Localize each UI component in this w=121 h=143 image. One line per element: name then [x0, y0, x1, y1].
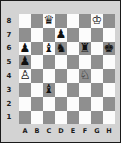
- square-g4[interactable]: [91, 69, 103, 83]
- square-f2[interactable]: [79, 97, 91, 111]
- square-e1[interactable]: [67, 111, 79, 125]
- rank-labels: 87654321: [3, 14, 15, 124]
- piece-white-knight[interactable]: ♘: [80, 69, 91, 83]
- file-label-c: C: [43, 125, 55, 137]
- square-g8[interactable]: ♔: [91, 14, 103, 28]
- piece-black-rook[interactable]: ♜: [80, 42, 91, 56]
- square-e3[interactable]: [67, 83, 79, 97]
- piece-black-pawn[interactable]: ♟: [20, 42, 31, 56]
- square-b2[interactable]: [31, 97, 43, 111]
- file-label-a: A: [19, 125, 31, 137]
- square-a6[interactable]: ♟: [19, 42, 31, 56]
- square-g3[interactable]: [91, 83, 103, 97]
- square-b8[interactable]: [31, 14, 43, 28]
- square-b4[interactable]: [31, 69, 43, 83]
- square-e4[interactable]: [67, 69, 79, 83]
- square-h4[interactable]: [103, 69, 115, 83]
- rank-label-3: 3: [3, 83, 15, 97]
- square-b3[interactable]: [31, 83, 43, 97]
- square-d3[interactable]: [55, 83, 67, 97]
- square-e7[interactable]: [67, 28, 79, 42]
- square-h5[interactable]: [103, 55, 115, 69]
- square-d6[interactable]: ♞: [55, 42, 67, 56]
- square-c6[interactable]: ♝: [43, 42, 55, 56]
- square-d2[interactable]: [55, 97, 67, 111]
- piece-black-bishop[interactable]: ♝: [44, 83, 55, 97]
- piece-black-pawn[interactable]: ♟: [56, 28, 67, 42]
- chess-board: ♛♔♟♟♝♞♜♚♟♙♘♝: [19, 14, 115, 124]
- square-e5[interactable]: [67, 55, 79, 69]
- square-g1[interactable]: [91, 111, 103, 125]
- square-e8[interactable]: [67, 14, 79, 28]
- rank-label-2: 2: [3, 97, 15, 111]
- square-f7[interactable]: [79, 28, 91, 42]
- square-d8[interactable]: [55, 14, 67, 28]
- square-a7[interactable]: [19, 28, 31, 42]
- square-b7[interactable]: [31, 28, 43, 42]
- square-f6[interactable]: ♜: [79, 42, 91, 56]
- square-a1[interactable]: [19, 111, 31, 125]
- square-h8[interactable]: [103, 14, 115, 28]
- square-c4[interactable]: [43, 69, 55, 83]
- square-f1[interactable]: [79, 111, 91, 125]
- rank-label-8: 8: [3, 14, 15, 28]
- square-b6[interactable]: [31, 42, 43, 56]
- file-labels: ABCDEFGH: [19, 125, 115, 137]
- file-label-e: E: [67, 125, 79, 137]
- square-c2[interactable]: [43, 97, 55, 111]
- square-a5[interactable]: ♟: [19, 55, 31, 69]
- square-c5[interactable]: [43, 55, 55, 69]
- square-a3[interactable]: [19, 83, 31, 97]
- square-d4[interactable]: [55, 69, 67, 83]
- chess-diagram: 87654321 ♛♔♟♟♝♞♜♚♟♙♘♝ ABCDEFGH: [0, 0, 121, 143]
- square-b1[interactable]: [31, 111, 43, 125]
- rank-label-5: 5: [3, 55, 15, 69]
- file-label-d: D: [55, 125, 67, 137]
- file-label-f: F: [79, 125, 91, 137]
- square-g7[interactable]: [91, 28, 103, 42]
- square-h3[interactable]: [103, 83, 115, 97]
- square-f3[interactable]: [79, 83, 91, 97]
- square-d5[interactable]: [55, 55, 67, 69]
- square-c1[interactable]: [43, 111, 55, 125]
- square-h2[interactable]: [103, 97, 115, 111]
- square-h1[interactable]: [103, 111, 115, 125]
- square-h7[interactable]: [103, 28, 115, 42]
- piece-black-knight[interactable]: ♞: [56, 42, 67, 56]
- square-a8[interactable]: [19, 14, 31, 28]
- square-f8[interactable]: [79, 14, 91, 28]
- square-g6[interactable]: [91, 42, 103, 56]
- rank-label-1: 1: [3, 111, 15, 125]
- rank-label-6: 6: [3, 42, 15, 56]
- square-e6[interactable]: [67, 42, 79, 56]
- square-a4[interactable]: ♙: [19, 69, 31, 83]
- piece-black-queen[interactable]: ♛: [44, 14, 55, 28]
- piece-black-king[interactable]: ♚: [104, 42, 115, 56]
- rank-label-4: 4: [3, 69, 15, 83]
- square-a2[interactable]: [19, 97, 31, 111]
- square-g5[interactable]: [91, 55, 103, 69]
- piece-black-pawn[interactable]: ♟: [20, 55, 31, 69]
- square-f5[interactable]: [79, 55, 91, 69]
- file-label-b: B: [31, 125, 43, 137]
- square-e2[interactable]: [67, 97, 79, 111]
- file-label-g: G: [91, 125, 103, 137]
- piece-white-pawn[interactable]: ♙: [20, 69, 31, 83]
- square-f4[interactable]: ♘: [79, 69, 91, 83]
- square-b5[interactable]: [31, 55, 43, 69]
- square-h6[interactable]: ♚: [103, 42, 115, 56]
- file-label-h: H: [103, 125, 115, 137]
- square-d1[interactable]: [55, 111, 67, 125]
- piece-black-bishop[interactable]: ♝: [44, 42, 55, 56]
- square-c7[interactable]: [43, 28, 55, 42]
- piece-white-king[interactable]: ♔: [92, 14, 103, 28]
- square-c3[interactable]: ♝: [43, 83, 55, 97]
- rank-label-7: 7: [3, 28, 15, 42]
- square-d7[interactable]: ♟: [55, 28, 67, 42]
- square-c8[interactable]: ♛: [43, 14, 55, 28]
- square-g2[interactable]: [91, 97, 103, 111]
